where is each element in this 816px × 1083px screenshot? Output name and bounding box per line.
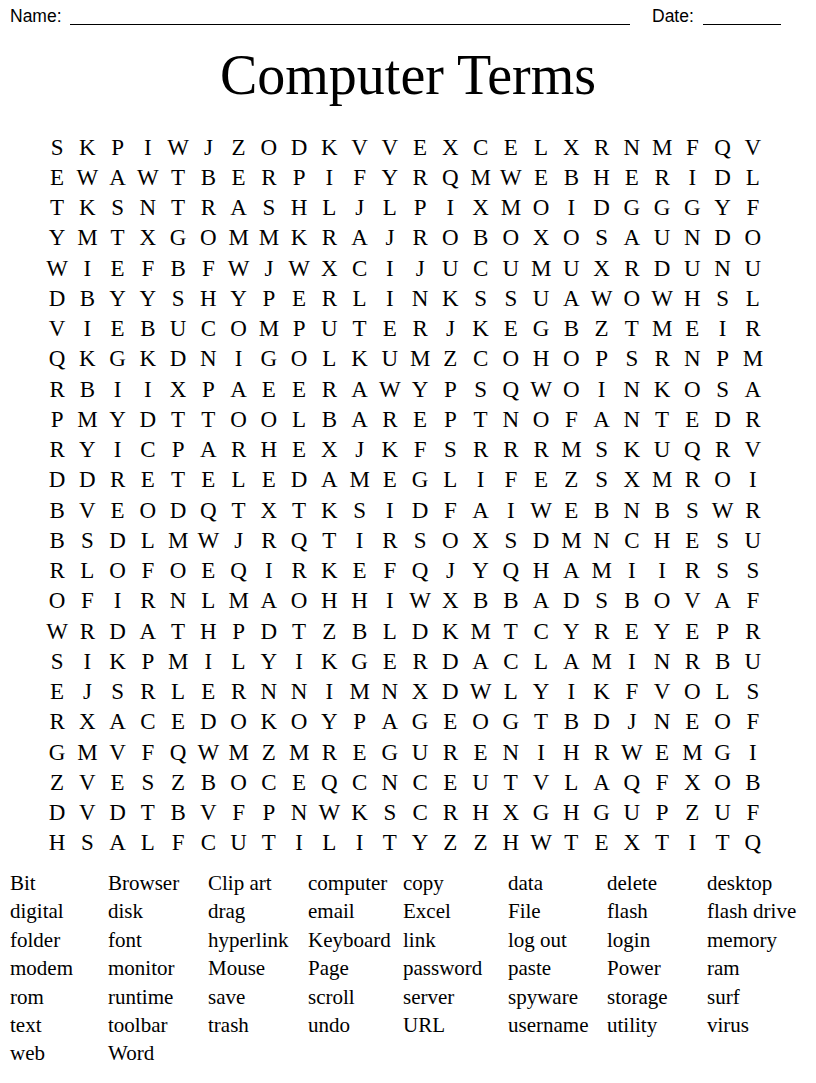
grid-cell[interactable]: D <box>72 465 102 495</box>
grid-cell[interactable]: F <box>617 677 647 707</box>
grid-cell[interactable]: A <box>466 646 496 676</box>
grid-cell[interactable]: E <box>224 162 254 192</box>
grid-cell[interactable]: F <box>133 556 163 586</box>
grid-cell[interactable]: R <box>42 556 72 586</box>
grid-cell[interactable]: R <box>708 435 738 465</box>
grid-cell[interactable]: E <box>677 525 707 555</box>
grid-cell[interactable]: Z <box>224 132 254 162</box>
grid-cell[interactable]: D <box>193 707 223 737</box>
grid-cell[interactable]: T <box>526 707 556 737</box>
grid-cell[interactable]: E <box>435 707 465 737</box>
grid-cell[interactable]: C <box>466 253 496 283</box>
grid-cell[interactable]: Q <box>163 737 193 767</box>
grid-cell[interactable]: L <box>526 132 556 162</box>
grid-cell[interactable]: Z <box>677 798 707 828</box>
grid-cell[interactable]: C <box>133 707 163 737</box>
grid-cell[interactable]: H <box>345 586 375 616</box>
grid-cell[interactable]: A <box>466 495 496 525</box>
grid-cell[interactable]: J <box>254 253 284 283</box>
grid-cell[interactable]: N <box>587 525 617 555</box>
grid-cell[interactable]: F <box>496 465 526 495</box>
grid-cell[interactable]: D <box>587 193 617 223</box>
grid-cell[interactable]: D <box>163 495 193 525</box>
grid-cell[interactable]: I <box>375 283 405 313</box>
grid-cell[interactable]: O <box>677 677 707 707</box>
grid-cell[interactable]: M <box>466 162 496 192</box>
grid-cell[interactable]: Z <box>556 465 586 495</box>
grid-cell[interactable]: J <box>375 223 405 253</box>
grid-cell[interactable]: K <box>617 435 647 465</box>
grid-cell[interactable]: O <box>647 586 677 616</box>
grid-cell[interactable]: K <box>314 556 344 586</box>
grid-cell[interactable]: L <box>133 525 163 555</box>
grid-cell[interactable]: V <box>677 586 707 616</box>
grid-cell[interactable]: W <box>72 162 102 192</box>
grid-cell[interactable]: U <box>466 767 496 797</box>
grid-cell[interactable]: R <box>254 162 284 192</box>
grid-cell[interactable]: M <box>526 253 556 283</box>
grid-cell[interactable]: L <box>435 465 465 495</box>
grid-cell[interactable]: R <box>224 677 254 707</box>
grid-cell[interactable]: P <box>435 374 465 404</box>
grid-cell[interactable]: R <box>72 616 102 646</box>
grid-cell[interactable]: G <box>405 707 435 737</box>
grid-cell[interactable]: A <box>254 586 284 616</box>
grid-cell[interactable]: M <box>224 737 254 767</box>
grid-cell[interactable]: T <box>708 828 738 858</box>
grid-cell[interactable]: S <box>708 556 738 586</box>
grid-cell[interactable]: I <box>72 314 102 344</box>
grid-cell[interactable]: Y <box>647 616 677 646</box>
grid-cell[interactable]: G <box>617 193 647 223</box>
grid-cell[interactable]: T <box>193 404 223 434</box>
grid-cell[interactable]: I <box>133 132 163 162</box>
grid-cell[interactable]: G <box>405 465 435 495</box>
grid-cell[interactable]: E <box>647 737 677 767</box>
grid-cell[interactable]: Q <box>435 162 465 192</box>
grid-cell[interactable]: P <box>42 404 72 434</box>
grid-cell[interactable]: E <box>677 707 707 737</box>
grid-cell[interactable]: T <box>647 404 677 434</box>
grid-cell[interactable]: F <box>435 495 465 525</box>
grid-cell[interactable]: Q <box>496 556 526 586</box>
grid-cell[interactable]: F <box>375 556 405 586</box>
grid-cell[interactable]: R <box>738 404 768 434</box>
grid-cell[interactable]: S <box>587 586 617 616</box>
grid-cell[interactable]: Y <box>708 193 738 223</box>
grid-cell[interactable]: M <box>224 586 254 616</box>
grid-cell[interactable]: V <box>526 767 556 797</box>
grid-cell[interactable]: U <box>556 253 586 283</box>
grid-cell[interactable]: O <box>526 404 556 434</box>
grid-cell[interactable]: S <box>738 677 768 707</box>
grid-cell[interactable]: O <box>526 193 556 223</box>
grid-cell[interactable]: T <box>496 616 526 646</box>
grid-cell[interactable]: N <box>133 193 163 223</box>
grid-cell[interactable]: L <box>708 677 738 707</box>
grid-cell[interactable]: U <box>708 798 738 828</box>
grid-cell[interactable]: E <box>496 132 526 162</box>
grid-cell[interactable]: N <box>647 707 677 737</box>
grid-cell[interactable]: I <box>617 646 647 676</box>
grid-cell[interactable]: I <box>345 828 375 858</box>
grid-cell[interactable]: S <box>375 798 405 828</box>
grid-cell[interactable]: W <box>647 283 677 313</box>
grid-cell[interactable]: R <box>526 435 556 465</box>
grid-cell[interactable]: D <box>708 162 738 192</box>
grid-cell[interactable]: W <box>405 586 435 616</box>
grid-cell[interactable]: P <box>708 616 738 646</box>
grid-cell[interactable]: J <box>224 525 254 555</box>
grid-cell[interactable]: E <box>254 465 284 495</box>
grid-cell[interactable]: O <box>254 404 284 434</box>
grid-cell[interactable]: E <box>284 767 314 797</box>
grid-cell[interactable]: O <box>617 283 647 313</box>
grid-cell[interactable]: P <box>254 798 284 828</box>
grid-cell[interactable]: Y <box>556 616 586 646</box>
grid-cell[interactable]: A <box>556 556 586 586</box>
grid-cell[interactable]: D <box>42 798 72 828</box>
grid-cell[interactable]: S <box>345 495 375 525</box>
grid-cell[interactable]: R <box>314 223 344 253</box>
grid-cell[interactable]: E <box>496 314 526 344</box>
grid-cell[interactable]: G <box>254 344 284 374</box>
grid-cell[interactable]: Z <box>587 314 617 344</box>
grid-cell[interactable]: K <box>435 616 465 646</box>
grid-cell[interactable]: Q <box>42 344 72 374</box>
grid-cell[interactable]: T <box>133 798 163 828</box>
grid-cell[interactable]: R <box>405 646 435 676</box>
grid-cell[interactable]: F <box>224 798 254 828</box>
grid-cell[interactable]: C <box>617 525 647 555</box>
grid-cell[interactable]: B <box>133 314 163 344</box>
grid-cell[interactable]: B <box>647 495 677 525</box>
grid-cell[interactable]: B <box>345 616 375 646</box>
grid-cell[interactable]: Q <box>193 495 223 525</box>
grid-cell[interactable]: E <box>284 283 314 313</box>
grid-cell[interactable]: L <box>738 283 768 313</box>
grid-cell[interactable]: O <box>254 132 284 162</box>
grid-cell[interactable]: M <box>345 465 375 495</box>
grid-cell[interactable]: R <box>133 677 163 707</box>
grid-cell[interactable]: I <box>72 253 102 283</box>
grid-cell[interactable]: X <box>405 677 435 707</box>
grid-cell[interactable]: K <box>254 707 284 737</box>
grid-cell[interactable]: M <box>677 737 707 767</box>
grid-cell[interactable]: D <box>435 677 465 707</box>
grid-cell[interactable]: W <box>224 253 254 283</box>
grid-cell[interactable]: N <box>254 677 284 707</box>
grid-cell[interactable]: H <box>587 162 617 192</box>
grid-cell[interactable]: I <box>314 162 344 192</box>
grid-cell[interactable]: R <box>405 223 435 253</box>
grid-cell[interactable]: U <box>375 344 405 374</box>
grid-cell[interactable]: N <box>617 132 647 162</box>
grid-cell[interactable]: A <box>345 223 375 253</box>
grid-cell[interactable]: K <box>314 132 344 162</box>
grid-cell[interactable]: U <box>738 646 768 676</box>
grid-cell[interactable]: R <box>405 314 435 344</box>
grid-cell[interactable]: T <box>163 616 193 646</box>
grid-cell[interactable]: E <box>42 162 72 192</box>
grid-cell[interactable]: E <box>133 465 163 495</box>
grid-cell[interactable]: I <box>677 162 707 192</box>
grid-cell[interactable]: R <box>133 586 163 616</box>
grid-cell[interactable]: W <box>133 162 163 192</box>
grid-cell[interactable]: E <box>526 465 556 495</box>
grid-cell[interactable]: O <box>556 223 586 253</box>
grid-cell[interactable]: I <box>587 374 617 404</box>
grid-cell[interactable]: D <box>647 253 677 283</box>
grid-cell[interactable]: M <box>738 344 768 374</box>
grid-cell[interactable]: F <box>193 253 223 283</box>
grid-cell[interactable]: G <box>163 223 193 253</box>
grid-cell[interactable]: L <box>224 465 254 495</box>
grid-cell[interactable]: D <box>42 465 72 495</box>
grid-cell[interactable]: K <box>647 374 677 404</box>
grid-cell[interactable]: P <box>284 314 314 344</box>
grid-cell[interactable]: R <box>677 465 707 495</box>
grid-cell[interactable]: T <box>496 767 526 797</box>
grid-cell[interactable]: Y <box>405 374 435 404</box>
grid-cell[interactable]: D <box>556 586 586 616</box>
grid-cell[interactable]: V <box>72 767 102 797</box>
grid-cell[interactable]: F <box>163 828 193 858</box>
grid-cell[interactable]: S <box>42 646 72 676</box>
grid-cell[interactable]: L <box>314 193 344 223</box>
grid-cell[interactable]: Y <box>103 404 133 434</box>
grid-cell[interactable]: Z <box>42 767 72 797</box>
grid-cell[interactable]: O <box>708 707 738 737</box>
grid-cell[interactable]: M <box>345 677 375 707</box>
grid-cell[interactable]: K <box>133 344 163 374</box>
grid-cell[interactable]: C <box>466 132 496 162</box>
grid-cell[interactable]: L <box>314 828 344 858</box>
grid-cell[interactable]: G <box>526 798 556 828</box>
name-blank-line[interactable] <box>70 24 630 25</box>
grid-cell[interactable]: R <box>42 374 72 404</box>
grid-cell[interactable]: Q <box>496 374 526 404</box>
grid-cell[interactable]: E <box>677 404 707 434</box>
grid-cell[interactable]: E <box>405 404 435 434</box>
grid-cell[interactable]: J <box>435 556 465 586</box>
grid-cell[interactable]: T <box>163 193 193 223</box>
grid-cell[interactable]: W <box>466 677 496 707</box>
grid-cell[interactable]: S <box>617 344 647 374</box>
grid-cell[interactable]: I <box>617 556 647 586</box>
grid-cell[interactable]: R <box>405 162 435 192</box>
grid-cell[interactable]: W <box>193 737 223 767</box>
grid-cell[interactable]: G <box>587 798 617 828</box>
grid-cell[interactable]: Y <box>314 707 344 737</box>
grid-cell[interactable]: D <box>42 283 72 313</box>
grid-cell[interactable]: R <box>284 556 314 586</box>
grid-cell[interactable]: W <box>708 495 738 525</box>
grid-cell[interactable]: G <box>526 314 556 344</box>
grid-cell[interactable]: E <box>375 646 405 676</box>
grid-cell[interactable]: C <box>133 435 163 465</box>
grid-cell[interactable]: E <box>617 616 647 646</box>
grid-cell[interactable]: Q <box>284 525 314 555</box>
grid-cell[interactable]: R <box>375 404 405 434</box>
grid-cell[interactable]: R <box>466 435 496 465</box>
grid-cell[interactable]: H <box>42 828 72 858</box>
grid-cell[interactable]: D <box>103 616 133 646</box>
grid-cell[interactable]: S <box>133 767 163 797</box>
grid-cell[interactable]: I <box>193 646 223 676</box>
grid-cell[interactable]: O <box>224 767 254 797</box>
grid-cell[interactable]: B <box>466 586 496 616</box>
grid-cell[interactable]: V <box>647 677 677 707</box>
grid-cell[interactable]: M <box>556 435 586 465</box>
grid-cell[interactable]: O <box>133 495 163 525</box>
grid-cell[interactable]: D <box>103 525 133 555</box>
grid-cell[interactable]: A <box>103 162 133 192</box>
grid-cell[interactable]: W <box>587 283 617 313</box>
grid-cell[interactable]: X <box>163 374 193 404</box>
grid-cell[interactable]: S <box>708 283 738 313</box>
grid-cell[interactable]: S <box>587 465 617 495</box>
grid-cell[interactable]: O <box>224 707 254 737</box>
grid-cell[interactable]: U <box>163 314 193 344</box>
grid-cell[interactable]: K <box>345 344 375 374</box>
grid-cell[interactable]: P <box>647 798 677 828</box>
grid-cell[interactable]: E <box>435 767 465 797</box>
grid-cell[interactable]: Z <box>254 737 284 767</box>
grid-cell[interactable]: N <box>163 586 193 616</box>
grid-cell[interactable]: W <box>526 828 556 858</box>
grid-cell[interactable]: R <box>587 737 617 767</box>
grid-cell[interactable]: O <box>224 314 254 344</box>
grid-cell[interactable]: I <box>103 586 133 616</box>
grid-cell[interactable]: E <box>193 556 223 586</box>
grid-cell[interactable]: E <box>617 162 647 192</box>
grid-cell[interactable]: H <box>556 737 586 767</box>
grid-cell[interactable]: R <box>496 435 526 465</box>
grid-cell[interactable]: Q <box>708 132 738 162</box>
grid-cell[interactable]: E <box>345 737 375 767</box>
grid-cell[interactable]: N <box>647 646 677 676</box>
grid-cell[interactable]: G <box>375 737 405 767</box>
grid-cell[interactable]: T <box>163 162 193 192</box>
grid-cell[interactable]: N <box>496 737 526 767</box>
grid-cell[interactable]: J <box>345 435 375 465</box>
grid-cell[interactable]: R <box>587 132 617 162</box>
grid-cell[interactable]: G <box>345 646 375 676</box>
grid-cell[interactable]: M <box>163 525 193 555</box>
grid-cell[interactable]: E <box>556 495 586 525</box>
grid-cell[interactable]: A <box>345 404 375 434</box>
grid-cell[interactable]: M <box>72 404 102 434</box>
grid-cell[interactable]: W <box>314 798 344 828</box>
grid-cell[interactable]: N <box>677 223 707 253</box>
grid-cell[interactable]: D <box>133 404 163 434</box>
grid-cell[interactable]: D <box>405 495 435 525</box>
grid-cell[interactable]: T <box>224 495 254 525</box>
grid-cell[interactable]: S <box>466 283 496 313</box>
grid-cell[interactable]: L <box>556 767 586 797</box>
grid-cell[interactable]: X <box>496 798 526 828</box>
grid-cell[interactable]: Q <box>738 828 768 858</box>
grid-cell[interactable]: E <box>193 677 223 707</box>
grid-cell[interactable]: H <box>193 616 223 646</box>
grid-cell[interactable]: L <box>284 404 314 434</box>
grid-cell[interactable]: E <box>103 314 133 344</box>
grid-cell[interactable]: M <box>647 314 677 344</box>
grid-cell[interactable]: U <box>738 525 768 555</box>
grid-cell[interactable]: E <box>284 435 314 465</box>
grid-cell[interactable]: M <box>466 616 496 646</box>
grid-cell[interactable]: N <box>193 344 223 374</box>
grid-cell[interactable]: E <box>677 616 707 646</box>
grid-cell[interactable]: N <box>405 283 435 313</box>
grid-cell[interactable]: I <box>496 495 526 525</box>
grid-cell[interactable]: X <box>314 435 344 465</box>
grid-cell[interactable]: O <box>284 707 314 737</box>
grid-cell[interactable]: O <box>103 556 133 586</box>
grid-cell[interactable]: R <box>617 253 647 283</box>
grid-cell[interactable]: R <box>314 737 344 767</box>
grid-cell[interactable]: Q <box>405 556 435 586</box>
grid-cell[interactable]: L <box>375 193 405 223</box>
grid-cell[interactable]: T <box>647 828 677 858</box>
grid-cell[interactable]: B <box>617 586 647 616</box>
grid-cell[interactable]: W <box>42 616 72 646</box>
grid-cell[interactable]: E <box>103 253 133 283</box>
grid-cell[interactable]: B <box>42 495 72 525</box>
grid-cell[interactable]: J <box>345 193 375 223</box>
grid-cell[interactable]: E <box>254 374 284 404</box>
grid-cell[interactable]: R <box>647 344 677 374</box>
grid-cell[interactable]: O <box>556 344 586 374</box>
grid-cell[interactable]: L <box>375 616 405 646</box>
grid-cell[interactable]: G <box>103 344 133 374</box>
grid-cell[interactable]: O <box>435 223 465 253</box>
grid-cell[interactable]: I <box>738 465 768 495</box>
grid-cell[interactable]: E <box>193 465 223 495</box>
grid-cell[interactable]: Z <box>435 828 465 858</box>
grid-cell[interactable]: J <box>405 253 435 283</box>
grid-cell[interactable]: A <box>556 646 586 676</box>
grid-cell[interactable]: A <box>103 828 133 858</box>
grid-cell[interactable]: A <box>133 616 163 646</box>
grid-cell[interactable]: X <box>617 828 647 858</box>
grid-cell[interactable]: U <box>617 798 647 828</box>
grid-cell[interactable]: C <box>496 646 526 676</box>
grid-cell[interactable]: B <box>708 646 738 676</box>
grid-cell[interactable]: H <box>556 798 586 828</box>
grid-cell[interactable]: N <box>708 253 738 283</box>
grid-cell[interactable]: R <box>738 616 768 646</box>
grid-cell[interactable]: O <box>708 465 738 495</box>
grid-cell[interactable]: F <box>556 404 586 434</box>
grid-cell[interactable]: O <box>708 767 738 797</box>
grid-cell[interactable]: M <box>647 465 677 495</box>
grid-cell[interactable]: S <box>677 495 707 525</box>
grid-cell[interactable]: R <box>42 707 72 737</box>
grid-cell[interactable]: N <box>617 374 647 404</box>
grid-cell[interactable]: V <box>72 798 102 828</box>
grid-cell[interactable]: I <box>466 465 496 495</box>
grid-cell[interactable]: U <box>405 737 435 767</box>
grid-cell[interactable]: K <box>314 646 344 676</box>
grid-cell[interactable]: U <box>677 253 707 283</box>
grid-cell[interactable]: T <box>466 404 496 434</box>
grid-cell[interactable]: S <box>587 435 617 465</box>
grid-cell[interactable]: S <box>72 525 102 555</box>
grid-cell[interactable]: A <box>345 374 375 404</box>
grid-cell[interactable]: V <box>193 798 223 828</box>
